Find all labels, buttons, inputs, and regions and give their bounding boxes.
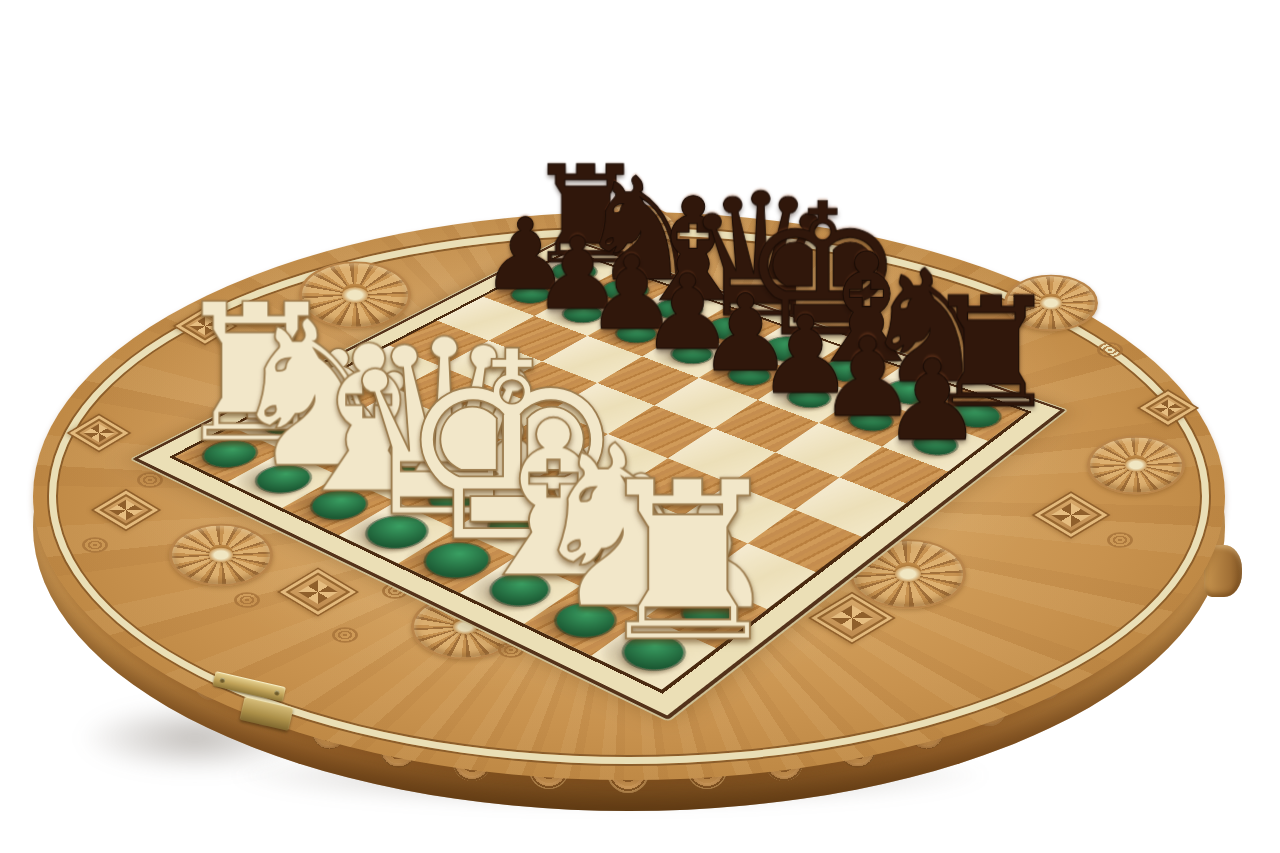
black-pawn[interactable]: ♟ [882,348,959,454]
square-h5[interactable] [795,477,906,536]
square-h1[interactable]: ♜ [591,616,715,689]
white-rook[interactable]: ♜ [589,458,678,667]
square-h7[interactable]: ♟ [882,417,988,471]
square-g6[interactable] [775,423,882,478]
round-carved-chess-box-photo: ♜♞♝♛♚♝♞♜♟♟♟♟♟♟♟♟♟♟♟♟♟♟♟♟♜♞♝♛♚♝♞♜ [0,0,1280,853]
